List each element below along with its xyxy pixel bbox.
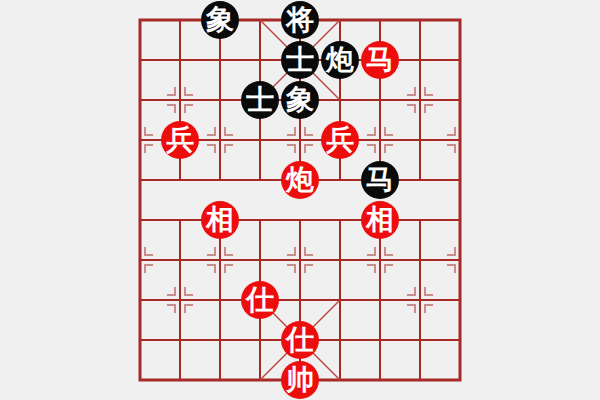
red-general-piece[interactable]: 帅 xyxy=(281,361,319,399)
red-soldier-piece[interactable]: 兵 xyxy=(321,121,359,159)
black-advisor-piece[interactable]: 士 xyxy=(281,41,319,79)
black-elephant-piece[interactable]: 象 xyxy=(201,1,239,39)
pieces-layer: 象将士炮马士象兵兵炮马相相仕仕帅 xyxy=(0,0,600,400)
red-elephant-piece[interactable]: 相 xyxy=(361,201,399,239)
red-elephant-piece[interactable]: 相 xyxy=(201,201,239,239)
black-general-piece[interactable]: 将 xyxy=(281,1,319,39)
xiangqi-screen: 象将士炮马士象兵兵炮马相相仕仕帅 xyxy=(0,0,600,400)
black-elephant-piece[interactable]: 象 xyxy=(281,81,319,119)
black-cannon-piece[interactable]: 炮 xyxy=(321,41,359,79)
red-cannon-piece[interactable]: 炮 xyxy=(281,161,319,199)
black-horse-piece[interactable]: 马 xyxy=(361,161,399,199)
red-advisor-piece[interactable]: 仕 xyxy=(281,321,319,359)
black-advisor-piece[interactable]: 士 xyxy=(241,81,279,119)
red-horse-piece[interactable]: 马 xyxy=(361,41,399,79)
red-advisor-piece[interactable]: 仕 xyxy=(241,281,279,319)
red-soldier-piece[interactable]: 兵 xyxy=(161,121,199,159)
xiangqi-board[interactable]: 象将士炮马士象兵兵炮马相相仕仕帅 xyxy=(0,0,600,400)
